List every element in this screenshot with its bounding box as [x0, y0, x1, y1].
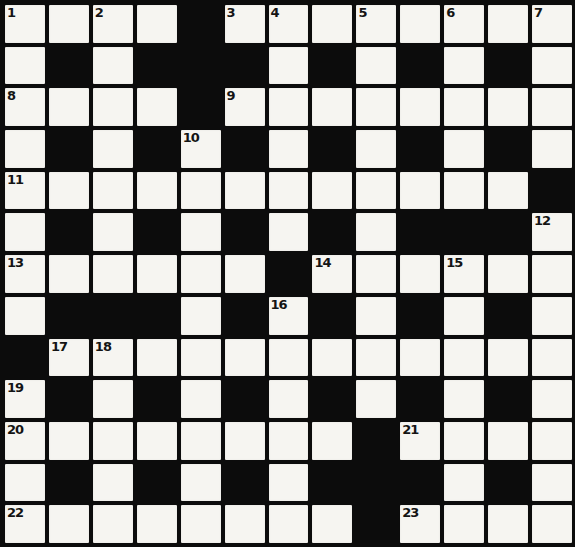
- cell-r5c2[interactable]: [49, 172, 89, 210]
- cell-r4c3[interactable]: [93, 130, 133, 168]
- clue-number-20: 20: [7, 422, 23, 437]
- block-cell-r4c12: [488, 130, 528, 168]
- cell-r7c10[interactable]: [400, 255, 440, 293]
- clue-number-5: 5: [358, 5, 366, 20]
- cell-r13c10[interactable]: 23: [400, 505, 440, 543]
- block-cell-r2c12: [488, 47, 528, 85]
- clue-number-13: 13: [7, 255, 23, 270]
- cell-r8c9[interactable]: [356, 297, 396, 335]
- block-cell-r4c8: [312, 130, 352, 168]
- cell-r12c13[interactable]: [532, 464, 572, 502]
- cell-r9c2[interactable]: 17: [49, 339, 89, 377]
- block-cell-r12c4: [137, 464, 177, 502]
- clue-number-4: 4: [271, 5, 279, 20]
- cell-r5c3[interactable]: [93, 172, 133, 210]
- cell-r7c12[interactable]: [488, 255, 528, 293]
- block-cell-r2c2: [49, 47, 89, 85]
- cell-r2c11[interactable]: [444, 47, 484, 85]
- cell-r3c3[interactable]: [93, 88, 133, 126]
- block-cell-r10c8: [312, 380, 352, 418]
- cell-r5c4[interactable]: [137, 172, 177, 210]
- cell-r2c3[interactable]: [93, 47, 133, 85]
- cell-r7c13[interactable]: [532, 255, 572, 293]
- cell-r1c6[interactable]: 3: [225, 5, 265, 43]
- block-cell-r12c8: [312, 464, 352, 502]
- clue-number-10: 10: [183, 130, 199, 145]
- cell-r7c5[interactable]: [181, 255, 221, 293]
- cell-r1c9[interactable]: 5: [356, 5, 396, 43]
- cell-r11c13[interactable]: [532, 422, 572, 460]
- block-cell-r8c3: [93, 297, 133, 335]
- cell-r12c5[interactable]: [181, 464, 221, 502]
- cell-r13c8[interactable]: [312, 505, 352, 543]
- clue-number-22: 22: [7, 505, 23, 520]
- cell-r4c1[interactable]: [5, 130, 45, 168]
- clue-number-3: 3: [227, 5, 235, 20]
- cell-r5c11[interactable]: [444, 172, 484, 210]
- clue-number-12: 12: [534, 213, 550, 228]
- block-cell-r6c11: [444, 213, 484, 251]
- cell-r3c10[interactable]: [400, 88, 440, 126]
- clue-number-1: 1: [7, 5, 15, 20]
- cell-r7c3[interactable]: [93, 255, 133, 293]
- cell-r9c3[interactable]: 18: [93, 339, 133, 377]
- cell-r3c12[interactable]: [488, 88, 528, 126]
- cell-r11c2[interactable]: [49, 422, 89, 460]
- cell-r7c8[interactable]: 14: [312, 255, 352, 293]
- clue-number-8: 8: [7, 88, 15, 103]
- cell-r6c1[interactable]: [5, 213, 45, 251]
- cell-r2c7[interactable]: [269, 47, 309, 85]
- cell-r13c12[interactable]: [488, 505, 528, 543]
- clue-number-18: 18: [95, 339, 111, 354]
- cell-r8c7[interactable]: 16: [269, 297, 309, 335]
- clue-number-15: 15: [446, 255, 462, 270]
- block-cell-r8c10: [400, 297, 440, 335]
- block-cell-r12c12: [488, 464, 528, 502]
- cell-r9c12[interactable]: [488, 339, 528, 377]
- cell-r5c12[interactable]: [488, 172, 528, 210]
- cell-r11c5[interactable]: [181, 422, 221, 460]
- cell-r7c9[interactable]: [356, 255, 396, 293]
- cell-r7c4[interactable]: [137, 255, 177, 293]
- block-cell-r12c6: [225, 464, 265, 502]
- cell-r10c7[interactable]: [269, 380, 309, 418]
- cell-r11c8[interactable]: [312, 422, 352, 460]
- block-cell-r10c4: [137, 380, 177, 418]
- cell-r11c1[interactable]: 20: [5, 422, 45, 460]
- clue-number-7: 7: [534, 5, 542, 20]
- cell-r9c9[interactable]: [356, 339, 396, 377]
- block-cell-r6c4: [137, 213, 177, 251]
- block-cell-r1c5: [181, 5, 221, 43]
- cell-r6c13[interactable]: 12: [532, 213, 572, 251]
- block-cell-r4c2: [49, 130, 89, 168]
- cell-r9c7[interactable]: [269, 339, 309, 377]
- cell-r11c10[interactable]: 21: [400, 422, 440, 460]
- cell-r9c11[interactable]: [444, 339, 484, 377]
- cell-r12c7[interactable]: [269, 464, 309, 502]
- cell-r5c6[interactable]: [225, 172, 265, 210]
- cell-r9c5[interactable]: [181, 339, 221, 377]
- cell-r13c11[interactable]: [444, 505, 484, 543]
- cell-r1c12[interactable]: [488, 5, 528, 43]
- cell-r13c2[interactable]: [49, 505, 89, 543]
- cell-r1c13[interactable]: 7: [532, 5, 572, 43]
- cell-r5c9[interactable]: [356, 172, 396, 210]
- cell-r10c13[interactable]: [532, 380, 572, 418]
- cell-r6c3[interactable]: [93, 213, 133, 251]
- clue-number-14: 14: [314, 255, 330, 270]
- cell-r5c10[interactable]: [400, 172, 440, 210]
- cell-r4c11[interactable]: [444, 130, 484, 168]
- cell-r10c9[interactable]: [356, 380, 396, 418]
- cell-r7c2[interactable]: [49, 255, 89, 293]
- cell-r5c8[interactable]: [312, 172, 352, 210]
- cell-r12c3[interactable]: [93, 464, 133, 502]
- cell-r3c11[interactable]: [444, 88, 484, 126]
- cell-r4c5[interactable]: 10: [181, 130, 221, 168]
- block-cell-r4c6: [225, 130, 265, 168]
- cell-r9c10[interactable]: [400, 339, 440, 377]
- cell-r9c13[interactable]: [532, 339, 572, 377]
- block-cell-r6c12: [488, 213, 528, 251]
- cell-r3c6[interactable]: 9: [225, 88, 265, 126]
- block-cell-r7c7: [269, 255, 309, 293]
- cell-r1c7[interactable]: 4: [269, 5, 309, 43]
- block-cell-r12c9: [356, 464, 396, 502]
- block-cell-r12c2: [49, 464, 89, 502]
- clue-number-9: 9: [227, 88, 235, 103]
- cell-r13c4[interactable]: [137, 505, 177, 543]
- block-cell-r10c6: [225, 380, 265, 418]
- cell-r12c1[interactable]: [5, 464, 45, 502]
- cell-r7c11[interactable]: 15: [444, 255, 484, 293]
- cell-r8c5[interactable]: [181, 297, 221, 335]
- block-cell-r2c10: [400, 47, 440, 85]
- cell-r8c11[interactable]: [444, 297, 484, 335]
- cell-r5c5[interactable]: [181, 172, 221, 210]
- cell-r9c8[interactable]: [312, 339, 352, 377]
- cell-r10c3[interactable]: [93, 380, 133, 418]
- cell-r11c7[interactable]: [269, 422, 309, 460]
- cell-r1c2[interactable]: [49, 5, 89, 43]
- block-cell-r6c6: [225, 213, 265, 251]
- cell-r13c3[interactable]: [93, 505, 133, 543]
- block-cell-r11c9: [356, 422, 396, 460]
- cell-r1c4[interactable]: [137, 5, 177, 43]
- cell-r7c6[interactable]: [225, 255, 265, 293]
- cell-r10c1[interactable]: 19: [5, 380, 45, 418]
- cell-r10c5[interactable]: [181, 380, 221, 418]
- cell-r3c1[interactable]: 8: [5, 88, 45, 126]
- cell-r8c13[interactable]: [532, 297, 572, 335]
- block-cell-r4c4: [137, 130, 177, 168]
- cell-r6c9[interactable]: [356, 213, 396, 251]
- cell-r4c13[interactable]: [532, 130, 572, 168]
- block-cell-r8c6: [225, 297, 265, 335]
- cell-r11c3[interactable]: [93, 422, 133, 460]
- block-cell-r8c4: [137, 297, 177, 335]
- cell-r12c11[interactable]: [444, 464, 484, 502]
- cell-r13c5[interactable]: [181, 505, 221, 543]
- cell-r4c7[interactable]: [269, 130, 309, 168]
- cell-r9c6[interactable]: [225, 339, 265, 377]
- block-cell-r2c4: [137, 47, 177, 85]
- cell-r11c4[interactable]: [137, 422, 177, 460]
- block-cell-r13c9: [356, 505, 396, 543]
- cell-r4c9[interactable]: [356, 130, 396, 168]
- clue-number-11: 11: [7, 172, 23, 187]
- cell-r5c1[interactable]: 11: [5, 172, 45, 210]
- cell-r11c12[interactable]: [488, 422, 528, 460]
- crossword-board: 1234567891011121314151617181920212223: [0, 0, 575, 547]
- cell-r7c1[interactable]: 13: [5, 255, 45, 293]
- block-cell-r2c8: [312, 47, 352, 85]
- block-cell-r10c10: [400, 380, 440, 418]
- block-cell-r6c8: [312, 213, 352, 251]
- cell-r1c11[interactable]: 6: [444, 5, 484, 43]
- block-cell-r10c12: [488, 380, 528, 418]
- block-cell-r6c10: [400, 213, 440, 251]
- cell-r6c7[interactable]: [269, 213, 309, 251]
- cell-r13c13[interactable]: [532, 505, 572, 543]
- cell-r3c13[interactable]: [532, 88, 572, 126]
- cell-r3c7[interactable]: [269, 88, 309, 126]
- block-cell-r8c8: [312, 297, 352, 335]
- cell-r2c1[interactable]: [5, 47, 45, 85]
- cell-r13c6[interactable]: [225, 505, 265, 543]
- clue-number-6: 6: [446, 5, 454, 20]
- cell-r5c7[interactable]: [269, 172, 309, 210]
- block-cell-r8c2: [49, 297, 89, 335]
- block-cell-r3c5: [181, 88, 221, 126]
- cell-r11c6[interactable]: [225, 422, 265, 460]
- clue-number-23: 23: [402, 505, 418, 520]
- block-cell-r2c5: [181, 47, 221, 85]
- cell-r1c3[interactable]: 2: [93, 5, 133, 43]
- cell-r2c9[interactable]: [356, 47, 396, 85]
- cell-r1c10[interactable]: [400, 5, 440, 43]
- cell-r13c7[interactable]: [269, 505, 309, 543]
- cell-r3c2[interactable]: [49, 88, 89, 126]
- cell-r13c1[interactable]: 22: [5, 505, 45, 543]
- cell-r9c4[interactable]: [137, 339, 177, 377]
- clue-number-16: 16: [271, 297, 287, 312]
- block-cell-r4c10: [400, 130, 440, 168]
- block-cell-r8c12: [488, 297, 528, 335]
- block-cell-r12c10: [400, 464, 440, 502]
- clue-number-17: 17: [51, 339, 67, 354]
- cell-r1c1[interactable]: 1: [5, 5, 45, 43]
- clue-number-19: 19: [7, 380, 23, 395]
- cell-r11c11[interactable]: [444, 422, 484, 460]
- block-cell-r10c2: [49, 380, 89, 418]
- cell-r1c8[interactable]: [312, 5, 352, 43]
- block-cell-r6c2: [49, 213, 89, 251]
- clue-number-2: 2: [95, 5, 103, 20]
- clue-number-21: 21: [402, 422, 418, 437]
- cell-r6c5[interactable]: [181, 213, 221, 251]
- cell-r3c9[interactable]: [356, 88, 396, 126]
- cell-r2c13[interactable]: [532, 47, 572, 85]
- cell-r8c1[interactable]: [5, 297, 45, 335]
- cell-r3c4[interactable]: [137, 88, 177, 126]
- block-cell-r9c1: [5, 339, 45, 377]
- block-cell-r5c13: [532, 172, 572, 210]
- cell-r10c11[interactable]: [444, 380, 484, 418]
- cell-r3c8[interactable]: [312, 88, 352, 126]
- block-cell-r2c6: [225, 47, 265, 85]
